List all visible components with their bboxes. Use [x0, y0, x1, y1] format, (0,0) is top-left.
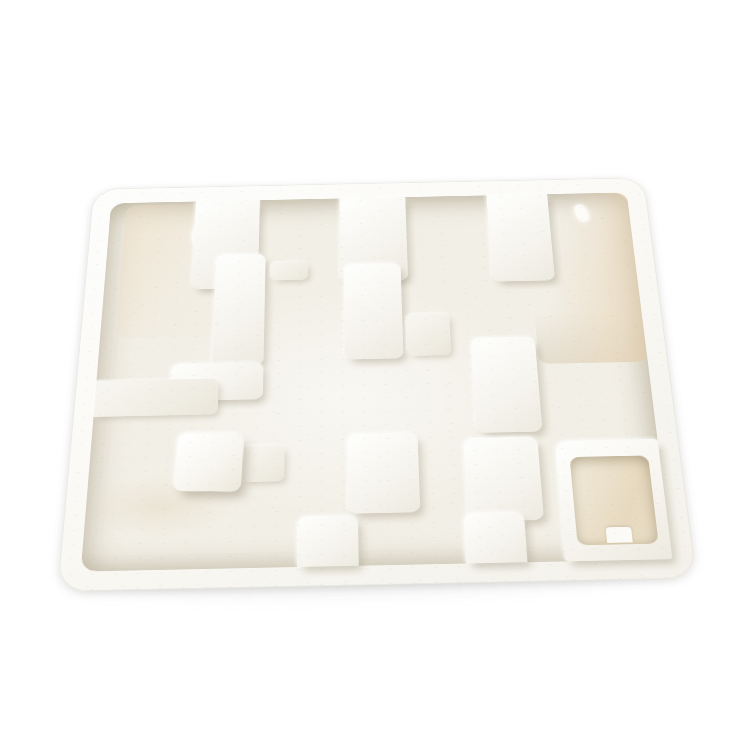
- nub-block: [271, 261, 309, 280]
- mid-step-block: [406, 313, 452, 356]
- cube-block: [173, 433, 244, 491]
- bottom-right-cavity-step: [606, 527, 633, 543]
- center-plateau: [344, 263, 404, 360]
- lower-right-plateau: [463, 437, 544, 522]
- photo: [0, 0, 750, 750]
- cube-side-step: [240, 445, 285, 482]
- tray-rim: [57, 177, 697, 591]
- mid-right-plateau: [471, 337, 543, 433]
- pulp-tray: [57, 177, 697, 591]
- bottom-tab-2: [463, 512, 527, 564]
- lower-center-plateau: [347, 433, 420, 514]
- bottom-tab-1: [297, 515, 359, 567]
- top-rim-block-3: [487, 194, 556, 281]
- l-block-vertical: [212, 254, 266, 367]
- left-ridge: [93, 378, 218, 417]
